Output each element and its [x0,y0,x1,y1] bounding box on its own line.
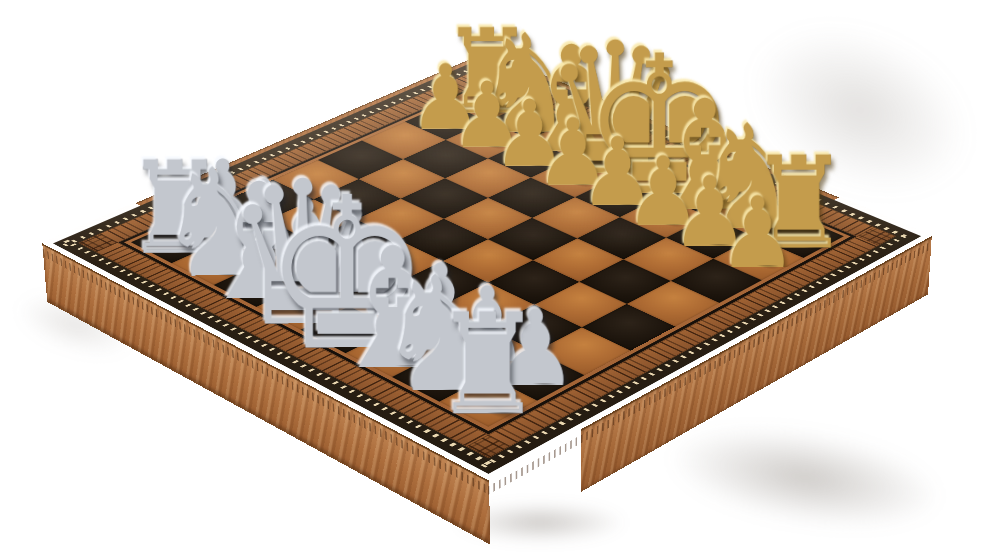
chess-board-case: ♜♞♝♛♚♝♞♜♟♟♟♟♟♟♟♟♟♟♟♟♟♟♟♟♜♞♝♛♚♝♞♜ [42,52,933,482]
product-photo-backdrop: ♜♞♝♛♚♝♞♜♟♟♟♟♟♟♟♟♟♟♟♟♟♟♟♟♜♞♝♛♚♝♞♜ [0,0,1000,560]
board-top-surface: ♜♞♝♛♚♝♞♜♟♟♟♟♟♟♟♟♟♟♟♟♟♟♟♟♜♞♝♛♚♝♞♜ [42,52,933,482]
